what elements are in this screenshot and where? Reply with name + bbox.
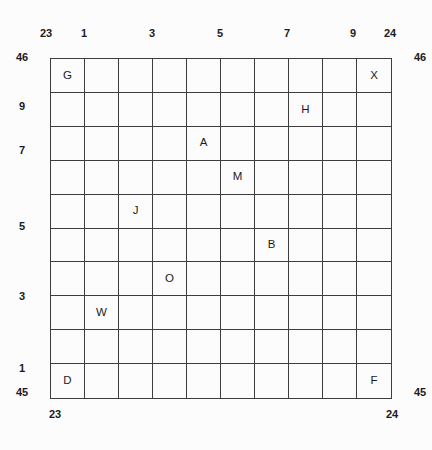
grid-cell[interactable] <box>289 59 323 93</box>
cell-letter: G <box>63 70 72 82</box>
grid-cell[interactable] <box>221 296 255 330</box>
grid-cell[interactable] <box>289 195 323 229</box>
grid-cell[interactable] <box>153 93 187 127</box>
grid-cell[interactable]: G <box>51 59 85 93</box>
grid-cell[interactable] <box>357 330 391 364</box>
top-axis-label: 9 <box>350 28 356 39</box>
grid-cell[interactable]: F <box>357 364 391 398</box>
grid-cell[interactable] <box>119 296 153 330</box>
grid-cell[interactable] <box>153 296 187 330</box>
grid-cell[interactable] <box>119 262 153 296</box>
grid-cell[interactable] <box>119 127 153 161</box>
grid-cell[interactable] <box>85 161 119 195</box>
left-axis-label: 9 <box>19 101 25 112</box>
grid-cell[interactable] <box>119 161 153 195</box>
grid-cell[interactable] <box>119 229 153 263</box>
grid-cell[interactable] <box>221 59 255 93</box>
grid-cell[interactable] <box>85 330 119 364</box>
cell-letter: H <box>301 104 309 116</box>
grid-cell[interactable] <box>153 195 187 229</box>
grid-cell[interactable] <box>153 59 187 93</box>
cell-letter: W <box>96 307 107 319</box>
grid-cell[interactable] <box>289 229 323 263</box>
cell-letter: O <box>165 273 174 285</box>
grid-cell[interactable]: O <box>153 262 187 296</box>
grid-cell[interactable] <box>119 364 153 398</box>
grid-cell[interactable] <box>221 127 255 161</box>
grid-cell[interactable] <box>119 330 153 364</box>
grid-cell[interactable] <box>221 93 255 127</box>
grid-cell[interactable] <box>51 195 85 229</box>
grid-cell[interactable] <box>289 330 323 364</box>
grid-cell[interactable] <box>153 229 187 263</box>
grid-cell[interactable] <box>153 161 187 195</box>
grid-cell[interactable]: W <box>85 296 119 330</box>
grid-cell[interactable] <box>323 262 357 296</box>
grid-cell[interactable] <box>289 296 323 330</box>
grid-cell[interactable] <box>323 364 357 398</box>
cell-letter: X <box>370 70 378 82</box>
grid-cell[interactable] <box>221 330 255 364</box>
grid-cell[interactable] <box>187 296 221 330</box>
grid-cell[interactable] <box>289 364 323 398</box>
grid-cell[interactable] <box>187 195 221 229</box>
grid-cell[interactable] <box>221 262 255 296</box>
grid-cell[interactable] <box>51 330 85 364</box>
grid-cell[interactable] <box>357 93 391 127</box>
top-axis-label: 3 <box>149 28 155 39</box>
cell-letter: D <box>63 375 71 387</box>
grid-cell[interactable] <box>51 296 85 330</box>
grid-cell[interactable] <box>153 127 187 161</box>
grid-cell[interactable] <box>255 161 289 195</box>
cell-letter: M <box>233 171 243 183</box>
grid-cell[interactable] <box>51 93 85 127</box>
grid-cell[interactable] <box>289 127 323 161</box>
grid-cell[interactable] <box>323 296 357 330</box>
grid-cell[interactable] <box>289 161 323 195</box>
grid-cell[interactable] <box>187 364 221 398</box>
grid-cell[interactable] <box>85 59 119 93</box>
grid-cell[interactable] <box>85 364 119 398</box>
grid-cell[interactable] <box>323 127 357 161</box>
grid-cell[interactable] <box>255 296 289 330</box>
grid-cell[interactable] <box>221 195 255 229</box>
grid-cell[interactable] <box>221 229 255 263</box>
grid-cell[interactable] <box>255 262 289 296</box>
grid-cell[interactable] <box>85 262 119 296</box>
grid-cell[interactable]: B <box>255 229 289 263</box>
grid-cell[interactable] <box>187 93 221 127</box>
grid-cell[interactable] <box>187 262 221 296</box>
grid-cell[interactable] <box>323 59 357 93</box>
grid-cell[interactable] <box>221 364 255 398</box>
grid-cell[interactable] <box>255 93 289 127</box>
left-axis-label: 45 <box>16 387 28 398</box>
grid-cell[interactable] <box>255 330 289 364</box>
grid-cell[interactable] <box>85 229 119 263</box>
grid-cell[interactable] <box>51 262 85 296</box>
cell-letter: B <box>268 239 276 251</box>
grid-cell[interactable] <box>323 330 357 364</box>
grid-cell[interactable] <box>119 93 153 127</box>
top-axis-label: 7 <box>284 28 290 39</box>
cell-letter: J <box>133 205 139 217</box>
grid-cell[interactable] <box>119 59 153 93</box>
grid-cell[interactable]: D <box>51 364 85 398</box>
bottom-axis-label: 23 <box>49 409 61 420</box>
grid-cell[interactable] <box>255 127 289 161</box>
right-axis-label: 46 <box>414 52 426 63</box>
grid-cell[interactable] <box>357 127 391 161</box>
grid-cell[interactable] <box>323 195 357 229</box>
grid-cell[interactable] <box>51 161 85 195</box>
bottom-axis-label: 24 <box>386 409 398 420</box>
grid-cell[interactable] <box>51 229 85 263</box>
grid-cell[interactable] <box>187 330 221 364</box>
left-axis-label: 1 <box>19 363 25 374</box>
top-axis-label: 1 <box>81 28 87 39</box>
grid-cell[interactable] <box>357 161 391 195</box>
grid-cell[interactable]: X <box>357 59 391 93</box>
cell-letter: F <box>370 375 377 387</box>
grid-cell[interactable] <box>187 59 221 93</box>
grid-cell[interactable]: A <box>187 127 221 161</box>
grid-cell[interactable] <box>323 229 357 263</box>
grid-cell[interactable] <box>357 229 391 263</box>
grid-cell[interactable] <box>357 195 391 229</box>
worksheet-canvas: 23135792446975314546452324 GXHAMJBOWDF <box>0 0 432 450</box>
grid-cell[interactable]: H <box>289 93 323 127</box>
left-axis-label: 7 <box>19 145 25 156</box>
grid-cell[interactable] <box>357 296 391 330</box>
left-axis-label: 3 <box>19 291 25 302</box>
grid-cell[interactable] <box>323 161 357 195</box>
grid-cell[interactable] <box>153 330 187 364</box>
grid-cell[interactable] <box>255 59 289 93</box>
right-axis-label: 45 <box>414 387 426 398</box>
grid-cell[interactable] <box>51 127 85 161</box>
grid-cell[interactable] <box>153 364 187 398</box>
top-axis-label: 23 <box>40 28 52 39</box>
top-axis-label: 24 <box>384 28 396 39</box>
grid-cell[interactable] <box>85 93 119 127</box>
grid-cell[interactable] <box>187 161 221 195</box>
grid-cell[interactable] <box>255 195 289 229</box>
grid-cell[interactable] <box>255 364 289 398</box>
grid-cell[interactable]: J <box>119 195 153 229</box>
grid-cell[interactable] <box>85 127 119 161</box>
grid-cell[interactable] <box>85 195 119 229</box>
grid-cell[interactable] <box>357 262 391 296</box>
puzzle-grid: GXHAMJBOWDF <box>50 58 392 399</box>
grid-cell[interactable] <box>289 262 323 296</box>
left-axis-label: 5 <box>19 221 25 232</box>
top-axis-label: 5 <box>217 28 223 39</box>
left-axis-label: 46 <box>16 52 28 63</box>
grid-cell[interactable] <box>187 229 221 263</box>
grid-cell[interactable]: M <box>221 161 255 195</box>
grid-cell[interactable] <box>323 93 357 127</box>
cell-letter: A <box>200 137 208 149</box>
